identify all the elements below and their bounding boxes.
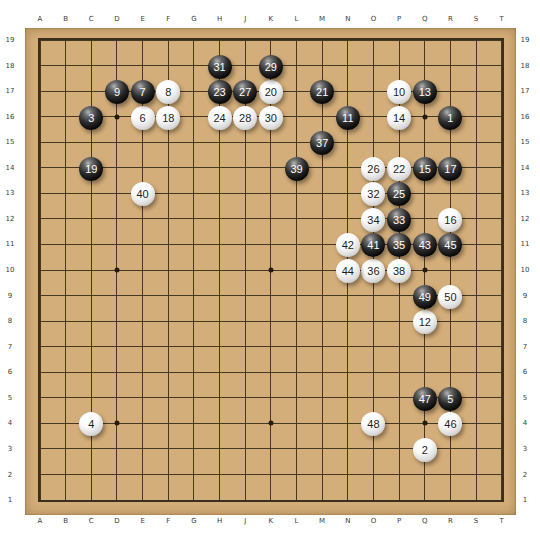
coordinate-label-left: 13 [6, 190, 15, 197]
coordinate-label-left: 9 [8, 292, 12, 299]
coordinate-label-left: 4 [8, 420, 12, 427]
coordinate-label-bottom: L [295, 518, 299, 525]
coordinate-label-right: 13 [521, 190, 530, 197]
coordinate-label-top: C [89, 16, 94, 23]
coordinate-label-left: 5 [8, 394, 12, 401]
coordinate-label-right: 17 [521, 88, 530, 95]
coordinate-label-bottom: R [448, 518, 453, 525]
coordinate-label-right: 15 [521, 139, 530, 146]
coordinate-label-left: 19 [6, 37, 15, 44]
coordinate-label-bottom: T [500, 518, 504, 525]
coordinate-label-bottom: H [217, 518, 222, 525]
coordinate-label-bottom: E [140, 518, 144, 525]
coordinate-label-left: 2 [8, 471, 12, 478]
coordinate-label-left: 17 [6, 88, 15, 95]
coordinate-label-top: P [397, 16, 401, 23]
coordinate-label-left: 15 [6, 139, 15, 146]
coordinate-label-left: 11 [6, 241, 15, 248]
coordinate-label-right: 1 [523, 497, 527, 504]
coordinate-label-bottom: P [397, 518, 401, 525]
coordinate-label-top: T [500, 16, 504, 23]
coordinate-label-top: K [269, 16, 274, 23]
coordinate-label-top: L [295, 16, 299, 23]
coordinate-label-bottom: O [371, 518, 377, 525]
coordinate-label-top: Q [422, 16, 428, 23]
coordinate-label-bottom: F [166, 518, 170, 525]
coordinate-label-top: S [474, 16, 478, 23]
coordinate-label-right: 4 [523, 420, 527, 427]
coordinate-label-left: 7 [8, 343, 12, 350]
coordinate-label-left: 8 [8, 318, 12, 325]
go-board[interactable] [25, 28, 516, 515]
coordinate-label-left: 16 [6, 113, 15, 120]
coordinate-label-left: 10 [6, 267, 15, 274]
coordinate-label-top: D [114, 16, 119, 23]
coordinate-label-left: 18 [6, 62, 15, 69]
coordinate-label-bottom: J [244, 518, 246, 525]
coordinate-label-top: A [38, 16, 43, 23]
coordinate-label-top: E [140, 16, 144, 23]
coordinate-label-right: 12 [521, 215, 530, 222]
coordinate-label-bottom: B [63, 518, 68, 525]
coordinate-label-left: 14 [6, 164, 15, 171]
coordinate-label-right: 10 [521, 267, 530, 274]
coordinate-label-top: O [371, 16, 377, 23]
coordinate-label-right: 5 [523, 394, 527, 401]
coordinate-label-right: 7 [523, 343, 527, 350]
coordinate-label-top: R [448, 16, 453, 23]
coordinate-label-bottom: M [319, 518, 325, 525]
coordinate-label-right: 14 [521, 164, 530, 171]
coordinate-label-right: 16 [521, 113, 530, 120]
coordinate-label-bottom: N [345, 518, 350, 525]
coordinate-label-right: 11 [521, 241, 530, 248]
coordinate-label-left: 6 [8, 369, 12, 376]
coordinate-label-top: J [244, 16, 246, 23]
coordinate-label-right: 9 [523, 292, 527, 299]
coordinate-label-top: H [217, 16, 222, 23]
coordinate-label-right: 6 [523, 369, 527, 376]
coordinate-label-right: 19 [521, 37, 530, 44]
coordinate-label-top: M [319, 16, 325, 23]
coordinate-label-top: B [63, 16, 68, 23]
coordinate-label-top: N [345, 16, 350, 23]
coordinate-label-left: 1 [8, 497, 12, 504]
coordinate-label-right: 18 [521, 62, 530, 69]
coordinate-label-top: F [166, 16, 170, 23]
coordinate-label-right: 3 [523, 445, 527, 452]
coordinate-label-right: 8 [523, 318, 527, 325]
coordinate-label-top: G [191, 16, 196, 23]
coordinate-label-bottom: C [89, 518, 94, 525]
coordinate-label-right: 2 [523, 471, 527, 478]
coordinate-label-bottom: G [191, 518, 196, 525]
coordinate-label-bottom: Q [422, 518, 428, 525]
coordinate-label-bottom: S [474, 518, 478, 525]
coordinate-label-bottom: K [269, 518, 274, 525]
go-diagram: AABBCCDDEEFFGGHHJJKKLLMMNNOOPPQQRRSSTT19… [0, 0, 540, 540]
coordinate-label-left: 12 [6, 215, 15, 222]
coordinate-label-left: 3 [8, 445, 12, 452]
coordinate-label-bottom: D [114, 518, 119, 525]
coordinate-label-bottom: A [38, 518, 43, 525]
